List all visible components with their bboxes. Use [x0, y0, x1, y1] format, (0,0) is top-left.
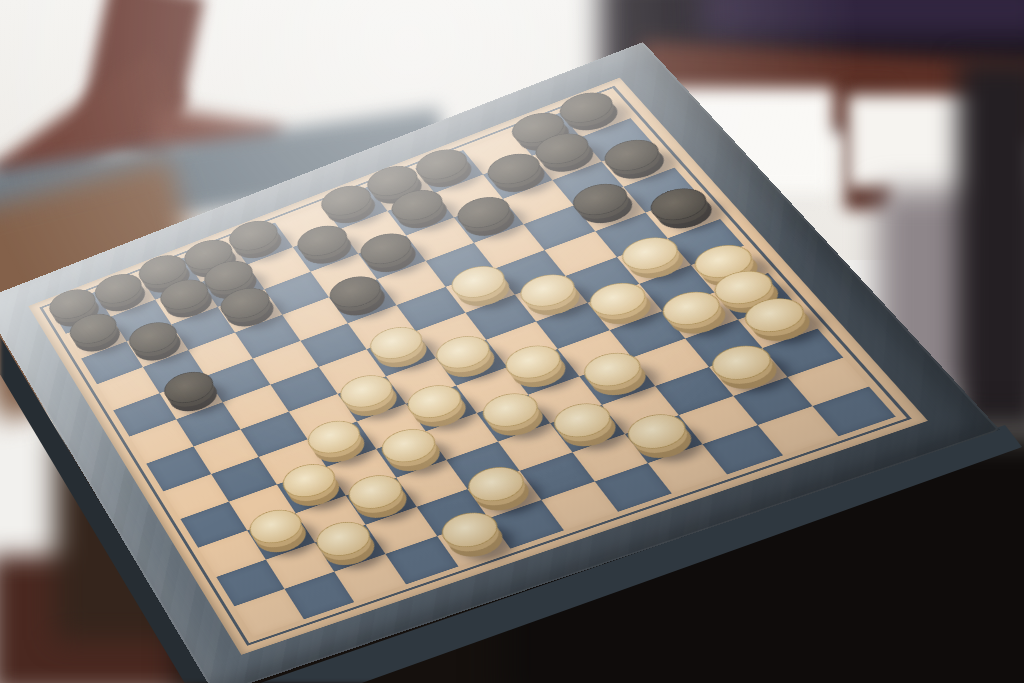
dark-checker-piece: [296, 229, 358, 270]
light-checker-piece: [467, 471, 537, 516]
dark-checker-piece: [360, 236, 424, 277]
light-checker-piece: [435, 340, 502, 383]
dark-checker-piece: [572, 187, 641, 229]
light-checker-piece: [589, 287, 660, 331]
dark-edge-right: [958, 60, 1024, 430]
light-checker-piece: [315, 526, 382, 571]
checkers-board-scene: [0, 42, 1000, 683]
light-checker-piece: [626, 419, 700, 465]
photo-checkers-scene: { "game": "checkers (draughts)", "scene_…: [0, 0, 1024, 683]
light-checker-piece: [711, 350, 786, 396]
dark-checker-piece: [163, 375, 224, 417]
chair-leg-right: [845, 85, 891, 210]
light-checker-piece: [482, 397, 551, 441]
chair-leg-diagonal-left: [0, 51, 187, 219]
light-checker-piece: [281, 468, 346, 512]
light-checker-piece: [504, 349, 573, 393]
light-checker-piece: [406, 389, 473, 433]
dark-checker-piece: [328, 280, 392, 322]
chair-foot-left: [147, 106, 283, 172]
light-checker-piece: [368, 331, 433, 374]
dark-checker-piece: [391, 193, 455, 234]
dark-checker-piece: [128, 326, 187, 367]
shadow-tint-top-right: [700, 0, 1024, 40]
chair-arm-left: [75, 0, 204, 164]
window-patch: [848, 95, 1003, 187]
dark-checker-piece: [456, 200, 522, 241]
light-checker-piece: [582, 357, 654, 402]
light-checker-piece: [249, 514, 314, 558]
dark-checker-piece: [69, 317, 127, 357]
light-checker-piece: [621, 241, 692, 284]
light-checker-piece: [553, 408, 624, 453]
dark-checker-piece: [220, 291, 281, 332]
light-checker-piece: [380, 433, 447, 477]
light-checker-piece: [339, 379, 404, 422]
light-checker-piece: [307, 425, 372, 468]
light-checker-piece: [348, 479, 415, 523]
board-frame: [0, 42, 1000, 683]
light-checker-piece: [519, 278, 588, 321]
light-checker-piece: [450, 270, 517, 312]
